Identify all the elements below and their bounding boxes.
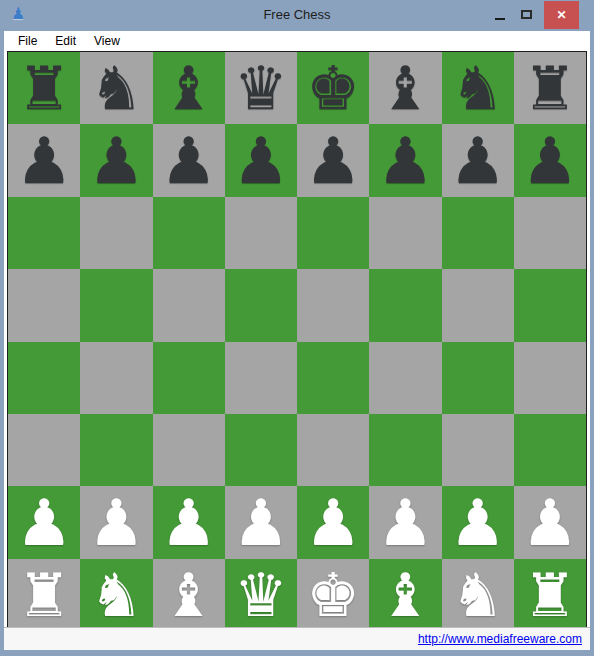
black-king[interactable]: ♚	[306, 52, 360, 124]
square-e7[interactable]: ♟	[297, 124, 369, 196]
square-f5[interactable]	[369, 269, 441, 341]
square-f4[interactable]	[369, 342, 441, 414]
square-h6[interactable]	[514, 197, 586, 269]
black-bishop[interactable]: ♝	[378, 52, 432, 124]
white-queen[interactable]: ♛	[234, 559, 288, 627]
white-knight[interactable]: ♞	[451, 559, 505, 627]
black-bishop[interactable]: ♝	[162, 52, 216, 124]
minimize-button[interactable]	[488, 0, 512, 29]
square-b3[interactable]	[80, 414, 152, 486]
black-pawn[interactable]: ♟	[449, 125, 506, 197]
black-rook[interactable]: ♜	[523, 52, 577, 124]
square-h5[interactable]	[514, 269, 586, 341]
square-a8[interactable]: ♜	[8, 52, 80, 124]
square-b7[interactable]: ♟	[80, 124, 152, 196]
square-f2[interactable]: ♟	[369, 486, 441, 558]
square-a7[interactable]: ♟	[8, 124, 80, 196]
square-d1[interactable]: ♛	[225, 559, 297, 627]
square-g3[interactable]	[442, 414, 514, 486]
client-area: File Edit View ♜♞♝♛♚♝♞♜♟♟♟♟♟♟♟♟♟♟♟♟♟♟♟♟♜…	[4, 31, 590, 650]
square-c1[interactable]: ♝	[153, 559, 225, 627]
square-a3[interactable]	[8, 414, 80, 486]
square-e8[interactable]: ♚	[297, 52, 369, 124]
white-king[interactable]: ♚	[306, 559, 360, 627]
square-e6[interactable]	[297, 197, 369, 269]
square-e1[interactable]: ♚	[297, 559, 369, 627]
menu-file[interactable]: File	[9, 32, 46, 50]
square-h8[interactable]: ♜	[514, 52, 586, 124]
square-h3[interactable]	[514, 414, 586, 486]
white-pawn[interactable]: ♟	[160, 487, 217, 559]
square-c4[interactable]	[153, 342, 225, 414]
square-d7[interactable]: ♟	[225, 124, 297, 196]
square-e4[interactable]	[297, 342, 369, 414]
menu-bar: File Edit View	[4, 31, 590, 51]
square-g5[interactable]	[442, 269, 514, 341]
square-h2[interactable]: ♟	[514, 486, 586, 558]
square-h4[interactable]	[514, 342, 586, 414]
white-bishop[interactable]: ♝	[378, 559, 432, 627]
black-pawn[interactable]: ♟	[304, 125, 361, 197]
close-button[interactable]: ✕	[544, 1, 579, 29]
square-c8[interactable]: ♝	[153, 52, 225, 124]
square-b8[interactable]: ♞	[80, 52, 152, 124]
square-g1[interactable]: ♞	[442, 559, 514, 627]
status-bar: http://www.mediafreeware.com	[4, 627, 590, 650]
square-a5[interactable]	[8, 269, 80, 341]
square-e2[interactable]: ♟	[297, 486, 369, 558]
black-pawn[interactable]: ♟	[88, 125, 145, 197]
minimize-icon	[495, 18, 505, 20]
square-d6[interactable]	[225, 197, 297, 269]
white-rook[interactable]: ♜	[523, 559, 577, 627]
title-bar[interactable]: ♟ Free Chess ✕	[0, 0, 594, 31]
black-knight[interactable]: ♞	[451, 52, 505, 124]
website-link[interactable]: http://www.mediafreeware.com	[418, 632, 582, 646]
menu-edit[interactable]: Edit	[46, 32, 85, 50]
square-g6[interactable]	[442, 197, 514, 269]
app-window: ♟ Free Chess ✕ File Edit View ♜♞♝♛♚♝♞♜♟♟…	[0, 0, 594, 656]
square-a6[interactable]	[8, 197, 80, 269]
square-d3[interactable]	[225, 414, 297, 486]
square-a4[interactable]	[8, 342, 80, 414]
square-f3[interactable]	[369, 414, 441, 486]
close-icon: ✕	[556, 8, 566, 22]
square-b5[interactable]	[80, 269, 152, 341]
square-e5[interactable]	[297, 269, 369, 341]
white-pawn[interactable]: ♟	[521, 487, 578, 559]
square-g2[interactable]: ♟	[442, 486, 514, 558]
square-g7[interactable]: ♟	[442, 124, 514, 196]
square-g4[interactable]	[442, 342, 514, 414]
square-d4[interactable]	[225, 342, 297, 414]
square-f6[interactable]	[369, 197, 441, 269]
square-e3[interactable]	[297, 414, 369, 486]
square-b1[interactable]: ♞	[80, 559, 152, 627]
square-a2[interactable]: ♟	[8, 486, 80, 558]
white-pawn[interactable]: ♟	[15, 487, 72, 559]
square-b2[interactable]: ♟	[80, 486, 152, 558]
square-f1[interactable]: ♝	[369, 559, 441, 627]
black-pawn[interactable]: ♟	[377, 125, 434, 197]
white-pawn[interactable]: ♟	[232, 487, 289, 559]
square-d8[interactable]: ♛	[225, 52, 297, 124]
square-b6[interactable]	[80, 197, 152, 269]
chess-board-frame: ♜♞♝♛♚♝♞♜♟♟♟♟♟♟♟♟♟♟♟♟♟♟♟♟♜♞♝♛♚♝♞♜	[7, 51, 587, 627]
black-pawn[interactable]: ♟	[160, 125, 217, 197]
black-pawn[interactable]: ♟	[232, 125, 289, 197]
square-f7[interactable]: ♟	[369, 124, 441, 196]
black-pawn[interactable]: ♟	[521, 125, 578, 197]
white-rook[interactable]: ♜	[17, 559, 71, 627]
white-knight[interactable]: ♞	[89, 559, 143, 627]
menu-view[interactable]: View	[85, 32, 129, 50]
square-d5[interactable]	[225, 269, 297, 341]
square-b4[interactable]	[80, 342, 152, 414]
maximize-button[interactable]	[514, 0, 538, 29]
white-pawn[interactable]: ♟	[377, 487, 434, 559]
white-pawn[interactable]: ♟	[88, 487, 145, 559]
square-c5[interactable]	[153, 269, 225, 341]
square-a1[interactable]: ♜	[8, 559, 80, 627]
square-h7[interactable]: ♟	[514, 124, 586, 196]
black-rook[interactable]: ♜	[17, 52, 71, 124]
square-g8[interactable]: ♞	[442, 52, 514, 124]
black-knight[interactable]: ♞	[89, 52, 143, 124]
square-c2[interactable]: ♟	[153, 486, 225, 558]
square-c3[interactable]	[153, 414, 225, 486]
maximize-icon	[521, 10, 532, 19]
white-pawn[interactable]: ♟	[449, 487, 506, 559]
black-queen[interactable]: ♛	[234, 52, 288, 124]
square-c7[interactable]: ♟	[153, 124, 225, 196]
white-bishop[interactable]: ♝	[162, 559, 216, 627]
black-pawn[interactable]: ♟	[15, 125, 72, 197]
white-pawn[interactable]: ♟	[304, 487, 361, 559]
square-c6[interactable]	[153, 197, 225, 269]
square-f8[interactable]: ♝	[369, 52, 441, 124]
square-d2[interactable]: ♟	[225, 486, 297, 558]
square-h1[interactable]: ♜	[514, 559, 586, 627]
chess-board: ♜♞♝♛♚♝♞♜♟♟♟♟♟♟♟♟♟♟♟♟♟♟♟♟♜♞♝♛♚♝♞♜	[8, 52, 586, 627]
